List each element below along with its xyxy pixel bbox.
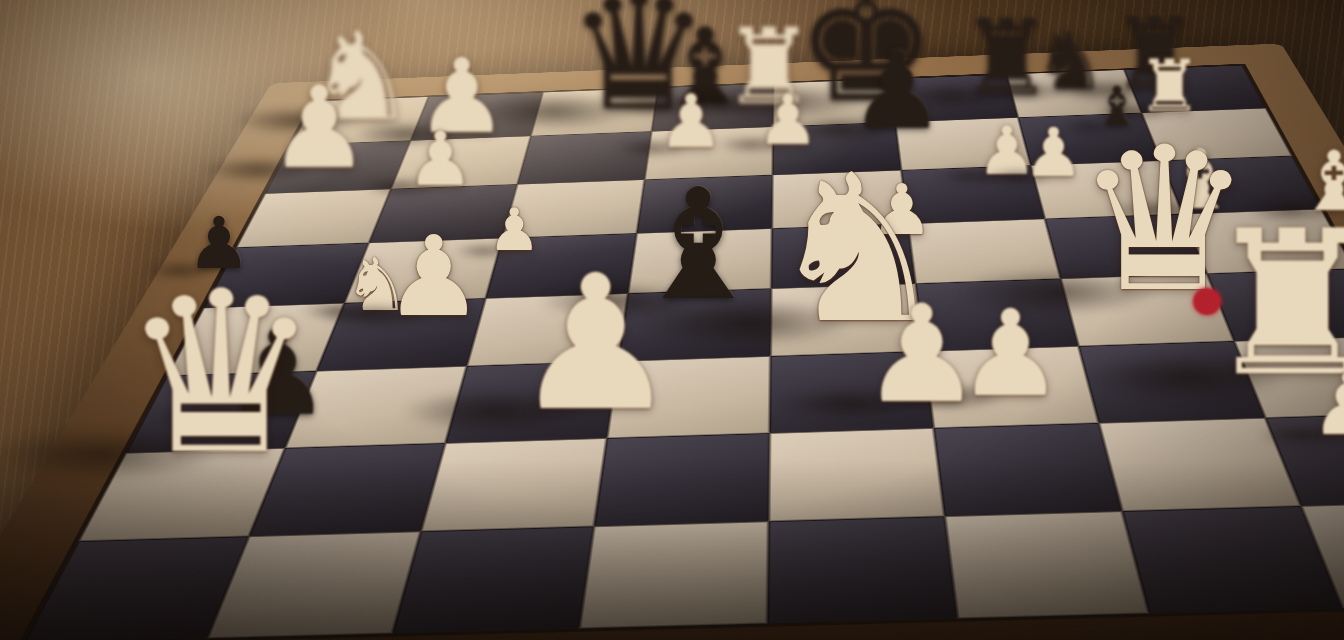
square-c1[interactable] xyxy=(392,526,594,633)
square-c2[interactable] xyxy=(421,438,607,531)
square-d1[interactable] xyxy=(579,521,768,628)
square-f1[interactable] xyxy=(945,511,1149,618)
square-a6[interactable] xyxy=(236,189,391,248)
square-e2[interactable] xyxy=(769,428,945,521)
chess-photo-stage: ♞♛♝♜♚♜♞♜♟♟♟♟♟♝♜♟♟♟♟♟♟♝♝♞♟♝♞♛♟♟♟♟♜♛♟ xyxy=(0,0,1344,640)
square-e1[interactable] xyxy=(767,516,957,623)
red-dot-marking xyxy=(1193,288,1221,316)
square-f2[interactable] xyxy=(934,423,1123,516)
